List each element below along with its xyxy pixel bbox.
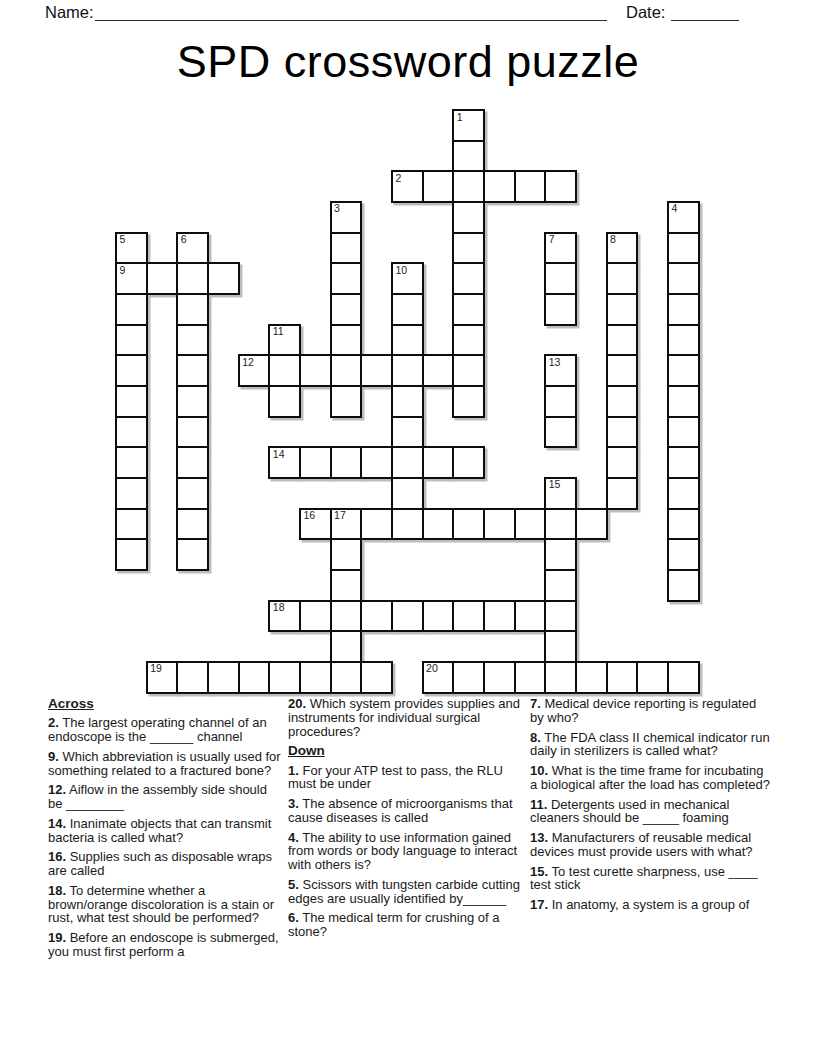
grid-cell-r17c7[interactable]	[330, 630, 363, 663]
clue-number-5: 5	[120, 234, 126, 245]
grid-cell-r6c14[interactable]	[544, 293, 577, 326]
grid-cell-r3c11[interactable]	[452, 201, 485, 234]
grid-cell-r2c14[interactable]	[544, 170, 577, 203]
grid-cell-r11c2[interactable]	[176, 446, 209, 479]
grid-cell-r18c12[interactable]	[483, 661, 516, 694]
clue-number-10: 10	[395, 265, 407, 276]
grid-cell-r3c18[interactable]: 4	[667, 201, 700, 234]
grid-cell-r11c10[interactable]	[422, 446, 455, 479]
grid-cell-r18c16[interactable]	[606, 661, 639, 694]
clue-down-4: 4. The ability to use information gained…	[288, 831, 530, 872]
grid-cell-r5c14[interactable]	[544, 262, 577, 295]
grid-cell-r14c14[interactable]	[544, 538, 577, 571]
clue-down-1: 1. For your ATP test to pass, the RLU mu…	[288, 764, 530, 792]
clue-number-9: 9	[120, 265, 126, 276]
grid-cell-r18c3[interactable]	[207, 661, 240, 694]
clue-number-19: 19	[150, 663, 162, 674]
grid-cell-r9c16[interactable]	[606, 385, 639, 418]
grid-cell-r9c11[interactable]	[452, 385, 485, 418]
grid-cell-r13c8[interactable]	[360, 508, 393, 541]
clue-number-18: 18	[273, 602, 285, 613]
grid-cell-r4c16[interactable]: 8	[606, 232, 639, 265]
grid-cell-r6c9[interactable]	[391, 293, 424, 326]
grid-cell-r11c6[interactable]	[299, 446, 332, 479]
grid-cell-r18c4[interactable]	[238, 661, 271, 694]
clue-column-across: Across2. The largest operating channel o…	[48, 697, 284, 965]
grid-cell-r18c11[interactable]	[452, 661, 485, 694]
grid-cell-r8c6[interactable]	[299, 354, 332, 387]
grid-cell-r18c2[interactable]	[176, 661, 209, 694]
grid-cell-r5c18[interactable]	[667, 262, 700, 295]
grid-cell-r11c9[interactable]	[391, 446, 424, 479]
grid-cell-r16c7[interactable]	[330, 600, 363, 633]
grid-cell-r13c12[interactable]	[483, 508, 516, 541]
grid-cell-r1c11[interactable]	[452, 140, 485, 173]
grid-cell-r2c13[interactable]	[514, 170, 547, 203]
grid-cell-r2c9[interactable]: 2	[391, 170, 424, 203]
grid-cell-r14c18[interactable]	[667, 538, 700, 571]
grid-cell-r7c18[interactable]	[667, 324, 700, 357]
grid-cell-r6c2[interactable]	[176, 293, 209, 326]
grid-cell-r16c5[interactable]: 18	[268, 600, 301, 633]
clue-down-7: 7. Medical device reporting is regulated…	[530, 697, 770, 725]
grid-cell-r13c0[interactable]	[115, 508, 148, 541]
grid-cell-r13c11[interactable]	[452, 508, 485, 541]
clue-number-11: 11	[273, 326, 284, 337]
grid-cell-r5c0[interactable]: 9	[115, 262, 148, 295]
grid-cell-r16c11[interactable]	[452, 600, 485, 633]
grid-cell-r4c2[interactable]: 6	[176, 232, 209, 265]
clue-number-17: 17	[334, 510, 346, 521]
grid-cell-r7c7[interactable]	[330, 324, 363, 357]
grid-cell-r12c16[interactable]	[606, 477, 639, 510]
clue-number-16: 16	[303, 510, 315, 521]
grid-cell-r18c15[interactable]	[575, 661, 608, 694]
grid-cell-r14c2[interactable]	[176, 538, 209, 571]
grid-cell-r16c10[interactable]	[422, 600, 455, 633]
grid-cell-r11c18[interactable]	[667, 446, 700, 479]
grid-cell-r6c11[interactable]	[452, 293, 485, 326]
grid-cell-r10c9[interactable]	[391, 416, 424, 449]
grid-cell-r18c10[interactable]: 20	[422, 661, 455, 694]
grid-cell-r16c14[interactable]	[544, 600, 577, 633]
clue-column-middle: 20. Which system provides supplies and i…	[288, 697, 530, 945]
clue-down-11: 11. Detergents used in mechanical cleane…	[530, 798, 770, 826]
grid-cell-r18c14[interactable]	[544, 661, 577, 694]
grid-cell-r8c5[interactable]	[268, 354, 301, 387]
grid-cell-r8c8[interactable]	[360, 354, 393, 387]
grid-cell-r15c18[interactable]	[667, 569, 700, 602]
grid-cell-r5c2[interactable]	[176, 262, 209, 295]
grid-cell-r11c16[interactable]	[606, 446, 639, 479]
grid-cell-r11c0[interactable]	[115, 446, 148, 479]
grid-cell-r18c18[interactable]	[667, 661, 700, 694]
grid-cell-r13c2[interactable]	[176, 508, 209, 541]
grid-cell-r13c15[interactable]	[575, 508, 608, 541]
grid-cell-r18c8[interactable]	[360, 661, 393, 694]
grid-cell-r8c0[interactable]	[115, 354, 148, 387]
name-blank-line	[95, 19, 607, 21]
grid-cell-r7c2[interactable]	[176, 324, 209, 357]
grid-cell-r18c17[interactable]	[636, 661, 669, 694]
grid-cell-r8c18[interactable]	[667, 354, 700, 387]
grid-cell-r11c11[interactable]	[452, 446, 485, 479]
grid-cell-r9c5[interactable]	[268, 385, 301, 418]
grid-cell-r5c9[interactable]: 10	[391, 262, 424, 295]
clue-number-8: 8	[610, 234, 616, 245]
clue-down-6: 6. The medical term for crushing of a st…	[288, 911, 530, 939]
grid-cell-r8c14[interactable]: 13	[544, 354, 577, 387]
grid-cell-r12c14[interactable]: 15	[544, 477, 577, 510]
across-header: Across	[48, 697, 284, 711]
clue-across-12: 12. Aiflow in the assembly side should b…	[48, 783, 284, 811]
name-label: Name:	[45, 3, 94, 22]
grid-cell-r7c0[interactable]	[115, 324, 148, 357]
grid-cell-r3c7[interactable]: 3	[330, 201, 363, 234]
grid-cell-r10c14[interactable]	[544, 416, 577, 449]
clue-number-7: 7	[549, 234, 555, 245]
clue-number-12: 12	[242, 357, 254, 368]
grid-cell-r5c7[interactable]	[330, 262, 363, 295]
clue-across-2: 2. The largest operating channel of an e…	[48, 716, 284, 744]
grid-cell-r8c4[interactable]: 12	[238, 354, 271, 387]
clue-number-14: 14	[273, 449, 285, 460]
grid-cell-r11c7[interactable]	[330, 446, 363, 479]
clue-down-3: 3. The absence of microorganisms that ca…	[288, 797, 530, 825]
clue-across-14: 14. Inanimate objects that can transmit …	[48, 817, 284, 845]
clue-number-1: 1	[457, 112, 463, 123]
grid-cell-r12c9[interactable]	[391, 477, 424, 510]
page-title: SPD crossword puzzle	[0, 36, 816, 88]
grid-cell-r4c14[interactable]: 7	[544, 232, 577, 265]
grid-cell-r16c9[interactable]	[391, 600, 424, 633]
clue-down-15: 15. To test curette sharpness, use ____ …	[530, 865, 770, 893]
grid-cell-r9c18[interactable]	[667, 385, 700, 418]
grid-cell-r12c18[interactable]	[667, 477, 700, 510]
grid-cell-r14c7[interactable]	[330, 538, 363, 571]
grid-cell-r6c0[interactable]	[115, 293, 148, 326]
grid-cell-r8c10[interactable]	[422, 354, 455, 387]
date-blank-line	[671, 19, 739, 21]
grid-cell-r9c9[interactable]	[391, 385, 424, 418]
grid-cell-r6c7[interactable]	[330, 293, 363, 326]
clue-number-20: 20	[426, 663, 438, 674]
grid-cell-r15c14[interactable]	[544, 569, 577, 602]
grid-cell-r10c18[interactable]	[667, 416, 700, 449]
grid-cell-r10c2[interactable]	[176, 416, 209, 449]
clue-number-6: 6	[181, 234, 187, 245]
clue-down-5: 5. Scissors with tungsten carbide cuttin…	[288, 878, 530, 906]
grid-cell-r9c7[interactable]	[330, 385, 363, 418]
grid-cell-r18c1[interactable]: 19	[146, 661, 179, 694]
grid-cell-r0c11[interactable]: 1	[452, 109, 485, 142]
grid-cell-r8c16[interactable]	[606, 354, 639, 387]
grid-cell-r7c16[interactable]	[606, 324, 639, 357]
grid-cell-r13c13[interactable]	[514, 508, 547, 541]
clue-number-3: 3	[334, 203, 340, 214]
grid-cell-r13c6[interactable]: 16	[299, 508, 332, 541]
grid-cell-r6c16[interactable]	[606, 293, 639, 326]
clue-across-19: 19. Before an endoscope is submerged, yo…	[48, 931, 284, 959]
clue-number-13: 13	[549, 357, 561, 368]
clue-down-10: 10. What is the time frame for incubatin…	[530, 764, 770, 792]
grid-cell-r8c11[interactable]	[452, 354, 485, 387]
clue-column-down: 7. Medical device reporting is regulated…	[530, 697, 770, 918]
grid-cell-r14c0[interactable]	[115, 538, 148, 571]
grid-cell-r13c9[interactable]	[391, 508, 424, 541]
grid-cell-r16c8[interactable]	[360, 600, 393, 633]
grid-cell-r16c13[interactable]	[514, 600, 547, 633]
grid-cell-r15c7[interactable]	[330, 569, 363, 602]
clue-across-18: 18. To determine whether a brown/orange …	[48, 884, 284, 925]
grid-cell-r11c5[interactable]: 14	[268, 446, 301, 479]
clue-number-15: 15	[549, 479, 561, 490]
grid-cell-r12c2[interactable]	[176, 477, 209, 510]
clue-across-9: 9. Which abbreviation is usually used fo…	[48, 750, 284, 778]
grid-cell-r8c2[interactable]	[176, 354, 209, 387]
grid-cell-r13c10[interactable]	[422, 508, 455, 541]
grid-cell-r2c10[interactable]	[422, 170, 455, 203]
grid-cell-r10c0[interactable]	[115, 416, 148, 449]
grid-cell-r13c14[interactable]	[544, 508, 577, 541]
clue-across-16: 16. Supplies such as disposable wraps ar…	[48, 850, 284, 878]
grid-cell-r5c11[interactable]	[452, 262, 485, 295]
grid-cell-r5c3[interactable]	[207, 262, 240, 295]
grid-cell-r17c14[interactable]	[544, 630, 577, 663]
grid-cell-r18c6[interactable]	[299, 661, 332, 694]
grid-cell-r6c18[interactable]	[667, 293, 700, 326]
grid-cell-r16c6[interactable]	[299, 600, 332, 633]
grid-cell-r5c1[interactable]	[146, 262, 179, 295]
grid-cell-r12c0[interactable]	[115, 477, 148, 510]
grid-cell-r4c18[interactable]	[667, 232, 700, 265]
grid-cell-r5c16[interactable]	[606, 262, 639, 295]
grid-cell-r4c0[interactable]: 5	[115, 232, 148, 265]
grid-cell-r4c7[interactable]	[330, 232, 363, 265]
grid-cell-r18c5[interactable]	[268, 661, 301, 694]
grid-cell-r9c0[interactable]	[115, 385, 148, 418]
grid-cell-r7c11[interactable]	[452, 324, 485, 357]
clue-number-2: 2	[395, 173, 401, 184]
grid-cell-r7c9[interactable]	[391, 324, 424, 357]
grid-cell-r9c2[interactable]	[176, 385, 209, 418]
grid-cell-r13c18[interactable]	[667, 508, 700, 541]
clue-number-4: 4	[671, 203, 677, 214]
clue-down-17: 17. In anatomy, a system is a group of	[530, 898, 770, 912]
grid-cell-r16c12[interactable]	[483, 600, 516, 633]
clue-down-13: 13. Manufacturers of reusable medical de…	[530, 831, 770, 859]
grid-cell-r2c12[interactable]	[483, 170, 516, 203]
grid-cell-r8c9[interactable]	[391, 354, 424, 387]
grid-cell-r8c7[interactable]	[330, 354, 363, 387]
clue-down-8: 8. The FDA class II chemical indicator r…	[530, 731, 770, 759]
grid-cell-r13c7[interactable]: 17	[330, 508, 363, 541]
grid-cell-r18c13[interactable]	[514, 661, 547, 694]
grid-cell-r10c16[interactable]	[606, 416, 639, 449]
grid-cell-r7c5[interactable]: 11	[268, 324, 301, 357]
down-header: Down	[288, 744, 530, 758]
grid-cell-r9c14[interactable]	[544, 385, 577, 418]
date-label: Date:	[626, 3, 665, 22]
grid-cell-r4c11[interactable]	[452, 232, 485, 265]
grid-cell-r2c11[interactable]	[452, 170, 485, 203]
grid-cell-r11c8[interactable]	[360, 446, 393, 479]
grid-cell-r18c7[interactable]	[330, 661, 363, 694]
clue-across-20: 20. Which system provides supplies and i…	[288, 697, 530, 738]
